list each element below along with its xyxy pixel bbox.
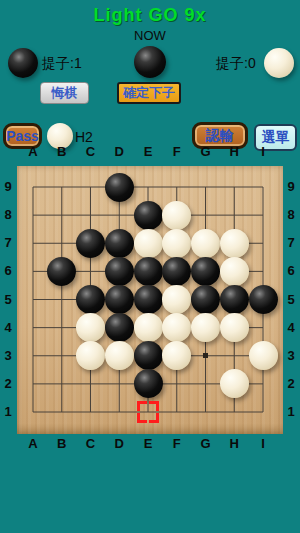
row-label-left: 7 [0,235,16,250]
stone-black [134,201,163,230]
stone-white [220,229,249,258]
stone-white [220,369,249,398]
stone-black [220,285,249,314]
stone-black [105,229,134,258]
col-label-bottom: C [83,436,99,451]
col-label-top: A [25,144,41,159]
col-label-top: E [140,144,156,159]
row-label-right: 9 [283,179,299,194]
row-label-right: 6 [283,263,299,278]
row-label-left: 6 [0,263,16,278]
row-label-left: 4 [0,320,16,335]
stone-black [134,257,163,286]
undo-button[interactable]: 悔棋 [40,82,89,104]
row-label-left: 8 [0,207,16,222]
app-title: Light GO 9x [0,5,300,26]
stone-white [134,313,163,342]
row-label-left: 5 [0,292,16,307]
row-label-right: 7 [283,235,299,250]
stone-black [105,285,134,314]
stone-black [105,173,134,202]
turn-now-label: NOW [0,28,300,43]
row-label-right: 8 [283,207,299,222]
white-captures-count: 提子:0 [216,55,256,73]
stone-white [191,313,220,342]
col-label-bottom: G [198,436,214,451]
col-label-top: B [54,144,70,159]
row-label-right: 4 [283,320,299,335]
row-label-right: 1 [283,404,299,419]
col-label-top: G [198,144,214,159]
stone-white [76,313,105,342]
col-label-top: H [226,144,242,159]
stone-black [191,257,220,286]
col-label-bottom: I [255,436,271,451]
stone-black [134,341,163,370]
col-label-top: C [83,144,99,159]
stone-black [76,229,105,258]
stone-white [249,341,278,370]
col-label-top: F [169,144,185,159]
stone-black [105,257,134,286]
black-player-stone-icon [8,48,38,78]
col-label-bottom: B [54,436,70,451]
stone-black [162,257,191,286]
row-label-left: 3 [0,348,16,363]
stone-black [249,285,278,314]
col-label-bottom: E [140,436,156,451]
row-label-left: 9 [0,179,16,194]
stone-white [162,229,191,258]
col-label-top: I [255,144,271,159]
stone-white [162,201,191,230]
row-label-right: 5 [283,292,299,307]
col-label-bottom: A [25,436,41,451]
col-label-bottom: H [226,436,242,451]
last-move-coordinate: H2 [75,129,93,145]
stone-black [76,285,105,314]
stone-black [134,285,163,314]
go-board[interactable] [17,166,283,434]
stone-black [134,369,163,398]
star-point [203,353,208,358]
row-label-left: 2 [0,376,16,391]
stone-black [47,257,76,286]
col-label-bottom: F [169,436,185,451]
row-label-left: 1 [0,404,16,419]
stone-black [105,313,134,342]
black-captures-count: 提子:1 [42,55,82,73]
current-turn-stone-icon [134,46,166,78]
row-label-right: 3 [283,348,299,363]
row-label-right: 2 [283,376,299,391]
stone-white [105,341,134,370]
stone-white [220,257,249,286]
col-label-top: D [111,144,127,159]
move-cursor [137,401,159,423]
confirm-move-button[interactable]: 確定下子 [117,82,181,104]
white-player-stone-icon [264,48,294,78]
col-label-bottom: D [111,436,127,451]
stone-white [134,229,163,258]
stone-white [220,313,249,342]
stone-black [191,285,220,314]
stone-white [191,229,220,258]
app-screen: Light GO 9x NOW 提子:1 提子:0 悔棋 確定下子 Pass H… [0,0,300,533]
